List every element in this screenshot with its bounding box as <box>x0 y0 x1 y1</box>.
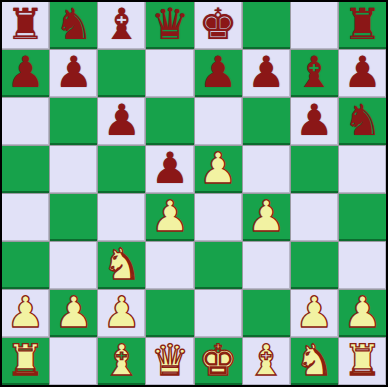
square-f7[interactable]: ♟ <box>243 50 290 97</box>
square-a1[interactable]: ♜ <box>2 338 49 385</box>
square-h5[interactable] <box>339 146 386 193</box>
square-g1[interactable]: ♞ <box>291 338 338 385</box>
square-c1[interactable]: ♝ <box>98 338 145 385</box>
square-b6[interactable] <box>50 98 97 145</box>
piece-white-pawn[interactable]: ♟ <box>343 291 382 334</box>
square-g8[interactable] <box>291 2 338 49</box>
square-h8[interactable]: ♜ <box>339 2 386 49</box>
piece-white-pawn[interactable]: ♟ <box>295 291 334 334</box>
square-a6[interactable] <box>2 98 49 145</box>
chess-board: ♜♞♝♛♚♜♟♟♟♟♝♟♟♟♞♟♟♟♟♞♟♟♟♟♟♜♝♛♚♝♞♜ <box>2 2 386 385</box>
piece-white-rook[interactable]: ♜ <box>343 339 382 382</box>
square-h7[interactable]: ♟ <box>339 50 386 97</box>
piece-black-pawn[interactable]: ♟ <box>151 147 190 190</box>
square-a8[interactable]: ♜ <box>2 2 49 49</box>
square-d3[interactable] <box>146 242 193 289</box>
piece-black-knight[interactable]: ♞ <box>343 99 382 142</box>
piece-white-queen[interactable]: ♛ <box>151 339 190 382</box>
square-c2[interactable]: ♟ <box>98 290 145 337</box>
square-g6[interactable]: ♟ <box>291 98 338 145</box>
square-c8[interactable]: ♝ <box>98 2 145 49</box>
square-c4[interactable] <box>98 194 145 241</box>
piece-white-knight[interactable]: ♞ <box>295 339 334 382</box>
square-b8[interactable]: ♞ <box>50 2 97 49</box>
square-d2[interactable] <box>146 290 193 337</box>
piece-black-knight[interactable]: ♞ <box>54 3 93 46</box>
square-a2[interactable]: ♟ <box>2 290 49 337</box>
piece-white-rook[interactable]: ♜ <box>6 339 45 382</box>
square-b3[interactable] <box>50 242 97 289</box>
square-a7[interactable]: ♟ <box>2 50 49 97</box>
piece-white-pawn[interactable]: ♟ <box>151 195 190 238</box>
square-d7[interactable] <box>146 50 193 97</box>
square-d4[interactable]: ♟ <box>146 194 193 241</box>
square-g7[interactable]: ♝ <box>291 50 338 97</box>
square-c3[interactable]: ♞ <box>98 242 145 289</box>
square-d6[interactable] <box>146 98 193 145</box>
square-f1[interactable]: ♝ <box>243 338 290 385</box>
piece-white-knight[interactable]: ♞ <box>103 243 142 286</box>
square-e8[interactable]: ♚ <box>195 2 242 49</box>
piece-white-bishop[interactable]: ♝ <box>103 339 142 382</box>
piece-white-king[interactable]: ♚ <box>199 339 238 382</box>
piece-white-pawn[interactable]: ♟ <box>247 195 286 238</box>
square-b7[interactable]: ♟ <box>50 50 97 97</box>
piece-black-pawn[interactable]: ♟ <box>343 51 382 94</box>
square-e2[interactable] <box>195 290 242 337</box>
chess-board-frame: ♜♞♝♛♚♜♟♟♟♟♝♟♟♟♞♟♟♟♟♞♟♟♟♟♟♜♝♛♚♝♞♜ <box>0 0 388 387</box>
piece-black-pawn[interactable]: ♟ <box>103 99 142 142</box>
square-c5[interactable] <box>98 146 145 193</box>
square-a5[interactable] <box>2 146 49 193</box>
piece-black-bishop[interactable]: ♝ <box>295 51 334 94</box>
square-e1[interactable]: ♚ <box>195 338 242 385</box>
square-f3[interactable] <box>243 242 290 289</box>
square-a4[interactable] <box>2 194 49 241</box>
square-e7[interactable]: ♟ <box>195 50 242 97</box>
square-h2[interactable]: ♟ <box>339 290 386 337</box>
piece-black-pawn[interactable]: ♟ <box>247 51 286 94</box>
square-g3[interactable] <box>291 242 338 289</box>
square-e4[interactable] <box>195 194 242 241</box>
square-b2[interactable]: ♟ <box>50 290 97 337</box>
piece-white-pawn[interactable]: ♟ <box>199 147 238 190</box>
square-g4[interactable] <box>291 194 338 241</box>
square-d1[interactable]: ♛ <box>146 338 193 385</box>
square-b5[interactable] <box>50 146 97 193</box>
square-f4[interactable]: ♟ <box>243 194 290 241</box>
square-f6[interactable] <box>243 98 290 145</box>
piece-black-king[interactable]: ♚ <box>199 3 238 46</box>
square-h3[interactable] <box>339 242 386 289</box>
piece-white-bishop[interactable]: ♝ <box>247 339 286 382</box>
piece-black-pawn[interactable]: ♟ <box>6 51 45 94</box>
piece-black-pawn[interactable]: ♟ <box>295 99 334 142</box>
square-d5[interactable]: ♟ <box>146 146 193 193</box>
piece-black-rook[interactable]: ♜ <box>6 3 45 46</box>
square-g5[interactable] <box>291 146 338 193</box>
piece-black-pawn[interactable]: ♟ <box>199 51 238 94</box>
square-h6[interactable]: ♞ <box>339 98 386 145</box>
square-f5[interactable] <box>243 146 290 193</box>
square-b4[interactable] <box>50 194 97 241</box>
piece-white-pawn[interactable]: ♟ <box>54 291 93 334</box>
piece-white-pawn[interactable]: ♟ <box>6 291 45 334</box>
square-f2[interactable] <box>243 290 290 337</box>
square-h1[interactable]: ♜ <box>339 338 386 385</box>
square-a3[interactable] <box>2 242 49 289</box>
piece-black-rook[interactable]: ♜ <box>343 3 382 46</box>
square-e6[interactable] <box>195 98 242 145</box>
piece-black-pawn[interactable]: ♟ <box>54 51 93 94</box>
square-e3[interactable] <box>195 242 242 289</box>
square-g2[interactable]: ♟ <box>291 290 338 337</box>
square-d8[interactable]: ♛ <box>146 2 193 49</box>
piece-black-queen[interactable]: ♛ <box>151 3 190 46</box>
square-c6[interactable]: ♟ <box>98 98 145 145</box>
piece-white-pawn[interactable]: ♟ <box>103 291 142 334</box>
square-e5[interactable]: ♟ <box>195 146 242 193</box>
square-b1[interactable] <box>50 338 97 385</box>
square-f8[interactable] <box>243 2 290 49</box>
square-c7[interactable] <box>98 50 145 97</box>
piece-black-bishop[interactable]: ♝ <box>103 3 142 46</box>
square-h4[interactable] <box>339 194 386 241</box>
